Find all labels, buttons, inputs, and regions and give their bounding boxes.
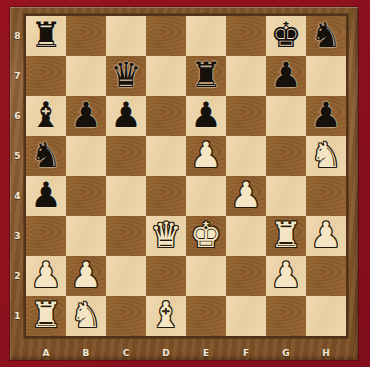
- square-h3[interactable]: ♟: [306, 216, 346, 256]
- piece-white-queen[interactable]: ♛: [150, 218, 181, 253]
- square-b8[interactable]: [66, 16, 106, 56]
- file-label-a: A: [26, 347, 66, 359]
- square-g2[interactable]: ♟: [266, 256, 306, 296]
- piece-white-pawn[interactable]: ♟: [190, 138, 221, 173]
- square-f3[interactable]: [226, 216, 266, 256]
- square-a3[interactable]: [26, 216, 66, 256]
- square-a2[interactable]: ♟: [26, 256, 66, 296]
- square-h7[interactable]: [306, 56, 346, 96]
- square-h5[interactable]: ♞: [306, 136, 346, 176]
- square-b5[interactable]: [66, 136, 106, 176]
- square-e4[interactable]: [186, 176, 226, 216]
- square-a4[interactable]: ♟: [26, 176, 66, 216]
- square-f6[interactable]: [226, 96, 266, 136]
- square-b2[interactable]: ♟: [66, 256, 106, 296]
- square-g7[interactable]: ♟: [266, 56, 306, 96]
- piece-white-pawn[interactable]: ♟: [70, 258, 101, 293]
- square-d1[interactable]: ♝: [146, 296, 186, 336]
- square-b1[interactable]: ♞: [66, 296, 106, 336]
- piece-white-bishop[interactable]: ♝: [150, 298, 181, 333]
- piece-black-bishop[interactable]: ♝: [30, 98, 61, 133]
- square-d6[interactable]: [146, 96, 186, 136]
- square-f8[interactable]: [226, 16, 266, 56]
- square-e6[interactable]: ♟: [186, 96, 226, 136]
- file-label-g: G: [266, 347, 306, 359]
- square-c6[interactable]: ♟: [106, 96, 146, 136]
- piece-black-rook[interactable]: ♜: [190, 58, 221, 93]
- piece-white-knight[interactable]: ♞: [70, 298, 101, 333]
- file-label-c: C: [106, 347, 146, 359]
- square-g4[interactable]: [266, 176, 306, 216]
- piece-black-pawn[interactable]: ♟: [30, 178, 61, 213]
- square-e7[interactable]: ♜: [186, 56, 226, 96]
- square-f7[interactable]: [226, 56, 266, 96]
- piece-black-king[interactable]: ♚: [270, 18, 301, 53]
- piece-white-king[interactable]: ♚: [190, 218, 221, 253]
- rank-label-1: 1: [9, 296, 26, 336]
- square-h2[interactable]: [306, 256, 346, 296]
- rank-label-8: 8: [9, 16, 26, 56]
- file-label-h: H: [306, 347, 346, 359]
- square-d5[interactable]: [146, 136, 186, 176]
- square-d4[interactable]: [146, 176, 186, 216]
- square-c8[interactable]: [106, 16, 146, 56]
- file-label-b: B: [66, 347, 106, 359]
- piece-black-pawn[interactable]: ♟: [70, 98, 101, 133]
- square-e3[interactable]: ♚: [186, 216, 226, 256]
- rank-label-4: 4: [9, 176, 26, 216]
- file-label-e: E: [186, 347, 226, 359]
- square-a5[interactable]: ♞: [26, 136, 66, 176]
- square-d2[interactable]: [146, 256, 186, 296]
- square-b6[interactable]: ♟: [66, 96, 106, 136]
- square-d3[interactable]: ♛: [146, 216, 186, 256]
- rank-labels: 87654321: [9, 16, 26, 336]
- square-c3[interactable]: [106, 216, 146, 256]
- piece-black-pawn[interactable]: ♟: [190, 98, 221, 133]
- piece-black-pawn[interactable]: ♟: [270, 58, 301, 93]
- square-e2[interactable]: [186, 256, 226, 296]
- rank-label-7: 7: [9, 56, 26, 96]
- piece-white-rook[interactable]: ♜: [270, 218, 301, 253]
- square-a6[interactable]: ♝: [26, 96, 66, 136]
- square-a8[interactable]: ♜: [26, 16, 66, 56]
- square-h8[interactable]: ♞: [306, 16, 346, 56]
- square-c7[interactable]: ♛: [106, 56, 146, 96]
- piece-black-queen[interactable]: ♛: [110, 58, 141, 93]
- square-b4[interactable]: [66, 176, 106, 216]
- rank-label-2: 2: [9, 256, 26, 296]
- square-g1[interactable]: [266, 296, 306, 336]
- square-c2[interactable]: [106, 256, 146, 296]
- piece-black-knight[interactable]: ♞: [310, 18, 341, 53]
- piece-black-knight[interactable]: ♞: [30, 138, 61, 173]
- square-b3[interactable]: [66, 216, 106, 256]
- rank-label-6: 6: [9, 96, 26, 136]
- square-c4[interactable]: [106, 176, 146, 216]
- piece-black-pawn[interactable]: ♟: [310, 98, 341, 133]
- square-f5[interactable]: [226, 136, 266, 176]
- piece-white-pawn[interactable]: ♟: [30, 258, 61, 293]
- square-g8[interactable]: ♚: [266, 16, 306, 56]
- file-label-f: F: [226, 347, 266, 359]
- square-a7[interactable]: [26, 56, 66, 96]
- piece-white-rook[interactable]: ♜: [30, 298, 61, 333]
- square-e5[interactable]: ♟: [186, 136, 226, 176]
- square-b7[interactable]: [66, 56, 106, 96]
- rank-label-3: 3: [9, 216, 26, 256]
- square-g5[interactable]: [266, 136, 306, 176]
- file-labels: ABCDEFGH: [26, 347, 346, 359]
- square-h4[interactable]: [306, 176, 346, 216]
- piece-black-pawn[interactable]: ♟: [110, 98, 141, 133]
- piece-white-knight[interactable]: ♞: [310, 138, 341, 173]
- square-a1[interactable]: ♜: [26, 296, 66, 336]
- square-c5[interactable]: [106, 136, 146, 176]
- square-h6[interactable]: ♟: [306, 96, 346, 136]
- piece-white-pawn[interactable]: ♟: [310, 218, 341, 253]
- chess-board[interactable]: ♜♚♞♛♜♟♝♟♟♟♟♞♟♞♟♟♛♚♜♟♟♟♟♜♞♝: [26, 16, 346, 336]
- piece-black-rook[interactable]: ♜: [30, 18, 61, 53]
- square-g6[interactable]: [266, 96, 306, 136]
- square-h1[interactable]: [306, 296, 346, 336]
- square-g3[interactable]: ♜: [266, 216, 306, 256]
- square-f4[interactable]: ♟: [226, 176, 266, 216]
- square-d8[interactable]: [146, 16, 186, 56]
- file-label-d: D: [146, 347, 186, 359]
- piece-white-pawn[interactable]: ♟: [230, 178, 261, 213]
- square-d7[interactable]: [146, 56, 186, 96]
- square-c1[interactable]: [106, 296, 146, 336]
- chess-app: 87654321 ♜♚♞♛♜♟♝♟♟♟♟♞♟♞♟♟♛♚♜♟♟♟♟♜♞♝ ABCD…: [0, 0, 370, 367]
- rank-label-5: 5: [9, 136, 26, 176]
- square-e1[interactable]: [186, 296, 226, 336]
- square-f1[interactable]: [226, 296, 266, 336]
- square-f2[interactable]: [226, 256, 266, 296]
- square-e8[interactable]: [186, 16, 226, 56]
- piece-white-pawn[interactable]: ♟: [270, 258, 301, 293]
